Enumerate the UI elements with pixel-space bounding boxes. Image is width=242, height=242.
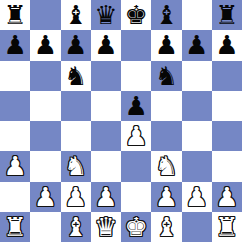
square-a5[interactable] (0, 91, 30, 121)
piece-white-rook: ♜ (3, 212, 26, 242)
piece-white-pawn: ♟ (64, 182, 87, 212)
square-h2[interactable]: ♟ (212, 182, 242, 212)
square-b6[interactable] (30, 61, 60, 91)
square-h8[interactable]: ♜ (212, 0, 242, 30)
square-h6[interactable] (212, 61, 242, 91)
square-a7[interactable]: ♟ (0, 30, 30, 60)
square-a3[interactable]: ♟ (0, 151, 30, 181)
square-c2[interactable]: ♟ (61, 182, 91, 212)
square-f4[interactable] (151, 121, 181, 151)
piece-black-rook: ♜ (215, 0, 238, 30)
square-e4[interactable]: ♟ (121, 121, 151, 151)
square-c7[interactable]: ♟ (61, 30, 91, 60)
square-d5[interactable] (91, 91, 121, 121)
piece-black-pawn: ♟ (94, 30, 117, 60)
square-e2[interactable] (121, 182, 151, 212)
square-d7[interactable]: ♟ (91, 30, 121, 60)
piece-black-knight: ♞ (64, 61, 87, 91)
piece-black-bishop: ♝ (64, 0, 87, 30)
square-h1[interactable]: ♜ (212, 212, 242, 242)
piece-white-pawn: ♟ (3, 151, 26, 181)
square-b8[interactable] (30, 0, 60, 30)
piece-black-king: ♚ (124, 0, 147, 30)
square-b4[interactable] (30, 121, 60, 151)
square-f2[interactable]: ♟ (151, 182, 181, 212)
square-e8[interactable]: ♚ (121, 0, 151, 30)
piece-black-bishop: ♝ (155, 0, 178, 30)
square-b2[interactable]: ♟ (30, 182, 60, 212)
piece-white-queen: ♛ (94, 212, 117, 242)
square-e6[interactable] (121, 61, 151, 91)
square-g7[interactable]: ♟ (182, 30, 212, 60)
piece-black-queen: ♛ (94, 0, 117, 30)
square-d1[interactable]: ♛ (91, 212, 121, 242)
piece-black-knight: ♞ (155, 61, 178, 91)
square-a1[interactable]: ♜ (0, 212, 30, 242)
square-c4[interactable] (61, 121, 91, 151)
square-a6[interactable] (0, 61, 30, 91)
piece-black-pawn: ♟ (3, 30, 26, 60)
piece-black-pawn: ♟ (124, 91, 147, 121)
square-h4[interactable] (212, 121, 242, 151)
square-d8[interactable]: ♛ (91, 0, 121, 30)
piece-white-knight: ♞ (64, 151, 87, 181)
square-b7[interactable]: ♟ (30, 30, 60, 60)
square-g4[interactable] (182, 121, 212, 151)
piece-white-pawn: ♟ (155, 182, 178, 212)
square-d3[interactable] (91, 151, 121, 181)
square-g5[interactable] (182, 91, 212, 121)
piece-white-pawn: ♟ (215, 182, 238, 212)
square-c1[interactable]: ♝ (61, 212, 91, 242)
square-d4[interactable] (91, 121, 121, 151)
piece-black-pawn: ♟ (185, 30, 208, 60)
square-f7[interactable]: ♟ (151, 30, 181, 60)
piece-white-bishop: ♝ (155, 212, 178, 242)
square-f3[interactable]: ♞ (151, 151, 181, 181)
piece-white-rook: ♜ (215, 212, 238, 242)
piece-white-bishop: ♝ (64, 212, 87, 242)
piece-black-rook: ♜ (3, 0, 26, 30)
square-e1[interactable]: ♚ (121, 212, 151, 242)
square-b3[interactable] (30, 151, 60, 181)
square-h5[interactable] (212, 91, 242, 121)
square-h3[interactable] (212, 151, 242, 181)
piece-white-pawn: ♟ (124, 121, 147, 151)
square-g1[interactable] (182, 212, 212, 242)
square-f1[interactable]: ♝ (151, 212, 181, 242)
square-d6[interactable] (91, 61, 121, 91)
piece-white-pawn: ♟ (185, 182, 208, 212)
square-c5[interactable] (61, 91, 91, 121)
piece-black-pawn: ♟ (155, 30, 178, 60)
square-g3[interactable] (182, 151, 212, 181)
piece-white-pawn: ♟ (34, 182, 57, 212)
square-e3[interactable] (121, 151, 151, 181)
square-f5[interactable] (151, 91, 181, 121)
square-c8[interactable]: ♝ (61, 0, 91, 30)
piece-black-pawn: ♟ (64, 30, 87, 60)
square-a8[interactable]: ♜ (0, 0, 30, 30)
piece-white-knight: ♞ (155, 151, 178, 181)
chess-board: ♜♝♛♚♝♜♟♟♟♟♟♟♟♞♞♟♟♟♞♞♟♟♟♟♟♟♜♝♛♚♝♜ (0, 0, 242, 242)
square-g6[interactable] (182, 61, 212, 91)
square-c6[interactable]: ♞ (61, 61, 91, 91)
square-e5[interactable]: ♟ (121, 91, 151, 121)
piece-black-pawn: ♟ (215, 30, 238, 60)
square-e7[interactable] (121, 30, 151, 60)
square-f8[interactable]: ♝ (151, 0, 181, 30)
square-f6[interactable]: ♞ (151, 61, 181, 91)
square-b5[interactable] (30, 91, 60, 121)
square-a2[interactable] (0, 182, 30, 212)
piece-black-pawn: ♟ (34, 30, 57, 60)
piece-white-pawn: ♟ (94, 182, 117, 212)
square-d2[interactable]: ♟ (91, 182, 121, 212)
piece-white-king: ♚ (124, 212, 147, 242)
square-h7[interactable]: ♟ (212, 30, 242, 60)
square-g2[interactable]: ♟ (182, 182, 212, 212)
square-c3[interactable]: ♞ (61, 151, 91, 181)
square-b1[interactable] (30, 212, 60, 242)
square-a4[interactable] (0, 121, 30, 151)
square-g8[interactable] (182, 0, 212, 30)
